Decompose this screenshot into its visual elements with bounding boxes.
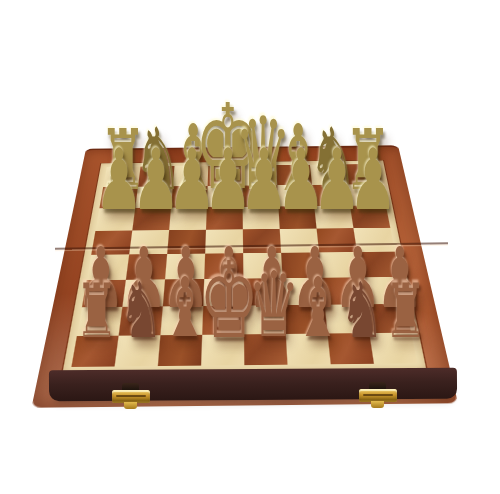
piece-white-pawn[interactable]: ♟ [349, 138, 398, 223]
piece-black-knight[interactable]: ♞ [119, 272, 163, 349]
piece-black-rook[interactable]: ♜ [385, 274, 428, 349]
pieces-layer: ♜♞♝♚♛♝♞♜♟♟♟♟♟♟♟♟♟♟♟♟♟♟♟♟♜♞♝♚♛♝♞♜ [0, 0, 500, 494]
piece-black-rook[interactable]: ♜ [75, 274, 118, 349]
piece-black-knight[interactable]: ♞ [340, 272, 384, 349]
piece-black-queen[interactable]: ♛ [248, 260, 300, 350]
chess-set-photo: ♜♞♝♚♛♝♞♜♟♟♟♟♟♟♟♟♟♟♟♟♟♟♟♟♜♞♝♚♛♝♞♜ [0, 0, 500, 494]
piece-black-bishop[interactable]: ♝ [294, 268, 341, 350]
